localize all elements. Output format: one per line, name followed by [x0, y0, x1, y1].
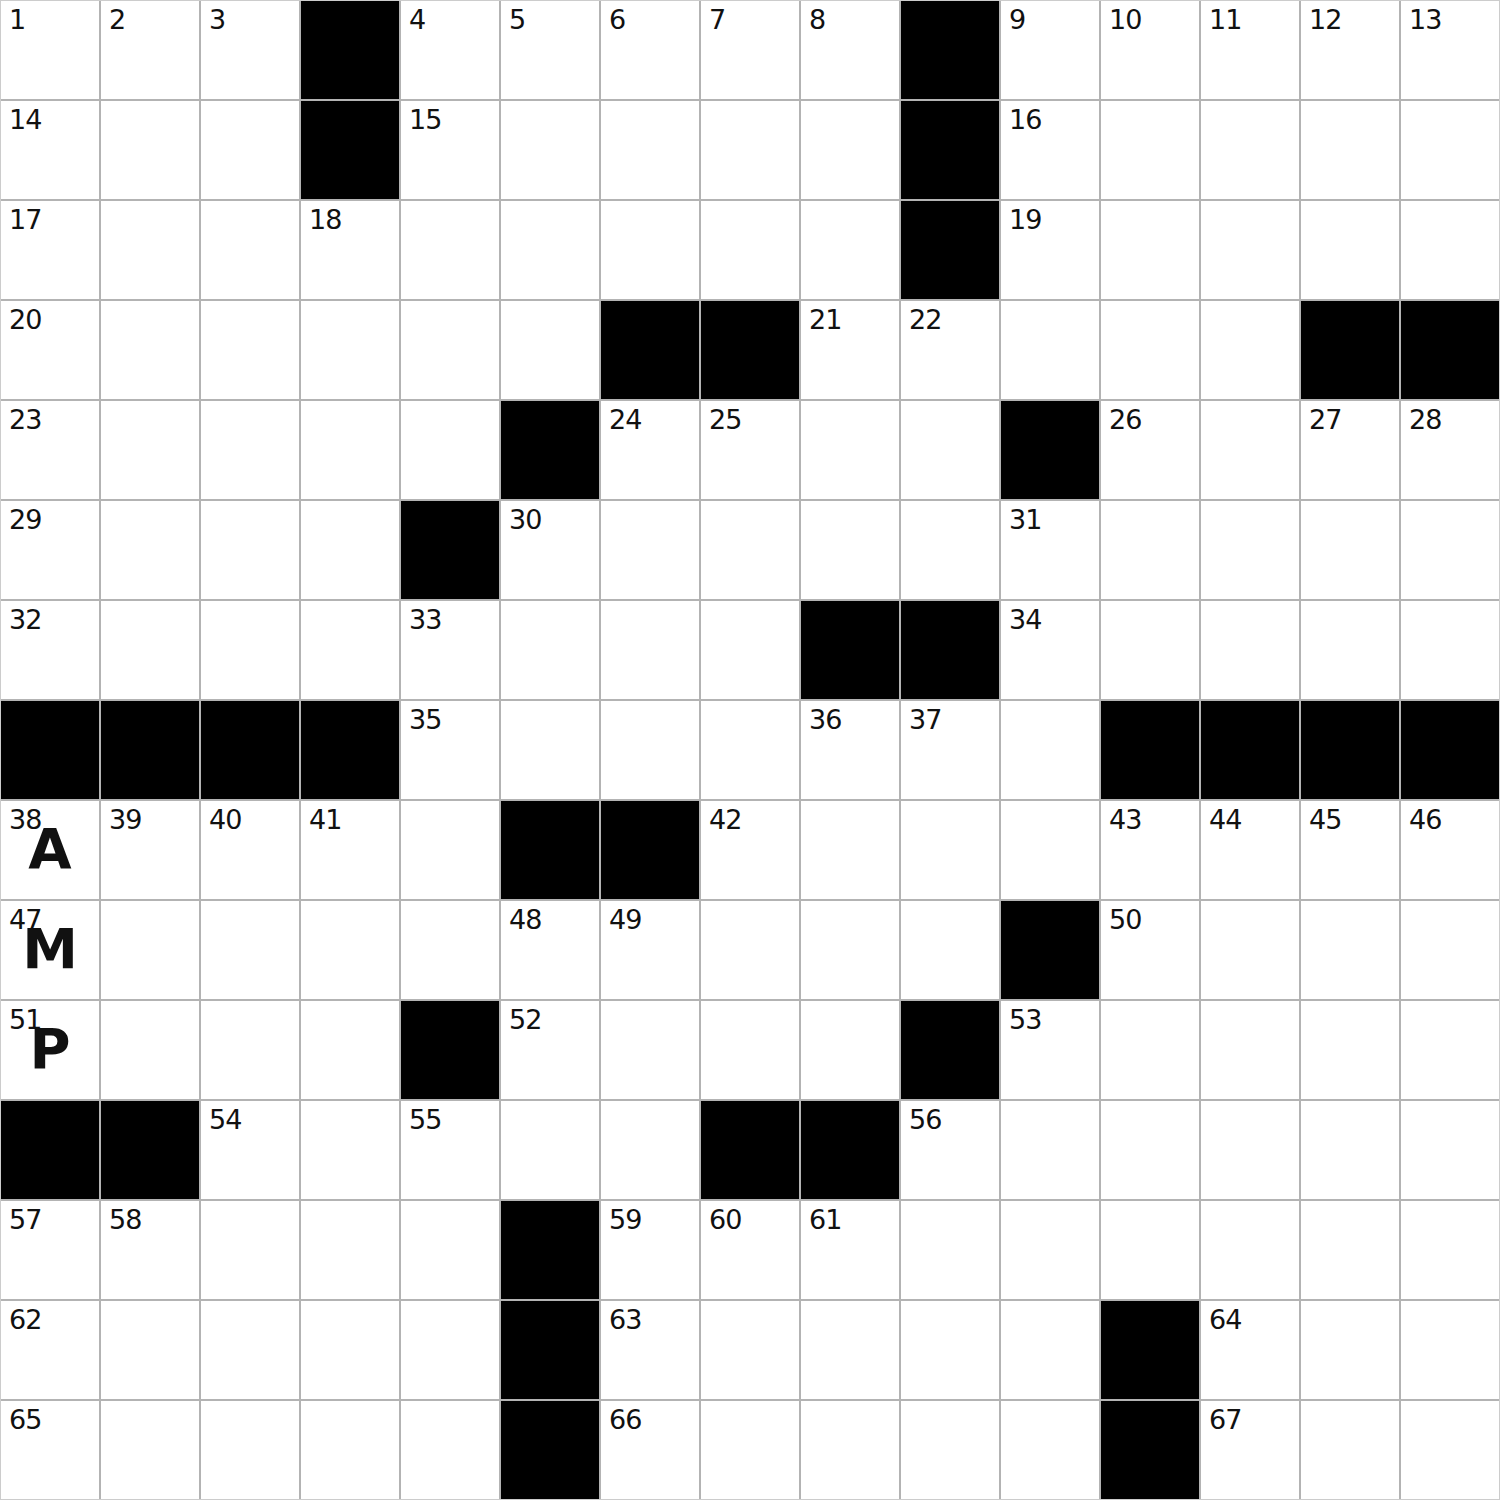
- block-cell-r7c11: [1101, 701, 1199, 799]
- cell-r6c11[interactable]: [1101, 601, 1199, 699]
- cell-r14c0[interactable]: 65: [1, 1401, 99, 1499]
- cell-r13c3[interactable]: [301, 1301, 399, 1399]
- cell-r9c4[interactable]: [401, 901, 499, 999]
- fill-letter-r9c0: M: [1, 921, 99, 977]
- clue-number-20: 20: [9, 305, 41, 335]
- cell-r0c4[interactable]: 4: [401, 1, 499, 99]
- cell-r4c7[interactable]: 25: [701, 401, 799, 499]
- clue-number-21: 21: [809, 305, 841, 335]
- block-cell-r7c2: [201, 701, 299, 799]
- block-cell-r5c4: [401, 501, 499, 599]
- cell-r9c0[interactable]: 47M: [1, 901, 99, 999]
- cell-r6c5[interactable]: [501, 601, 599, 699]
- cell-r12c3[interactable]: [301, 1201, 399, 1299]
- cell-r2c8[interactable]: [801, 201, 899, 299]
- block-cell-r7c13: [1301, 701, 1399, 799]
- cell-r12c1[interactable]: 58: [101, 1201, 199, 1299]
- cell-r1c14[interactable]: [1401, 101, 1499, 199]
- cell-r6c3[interactable]: [301, 601, 399, 699]
- cell-r11c2[interactable]: 54: [201, 1101, 299, 1199]
- clue-number-6: 6: [609, 5, 625, 35]
- clue-number-62: 62: [9, 1305, 41, 1335]
- clue-number-59: 59: [609, 1205, 641, 1235]
- clue-number-63: 63: [609, 1305, 641, 1335]
- clue-number-12: 12: [1309, 5, 1341, 35]
- cell-r11c6[interactable]: [601, 1101, 699, 1199]
- cell-r0c14[interactable]: 13: [1401, 1, 1499, 99]
- cell-r0c0[interactable]: 1: [1, 1, 99, 99]
- cell-r0c1[interactable]: 2: [101, 1, 199, 99]
- block-cell-r7c3: [301, 701, 399, 799]
- clue-number-26: 26: [1109, 405, 1141, 435]
- clue-number-55: 55: [409, 1105, 441, 1135]
- clue-number-1: 1: [9, 5, 25, 35]
- cell-r10c6[interactable]: [601, 1001, 699, 1099]
- cell-r10c3[interactable]: [301, 1001, 399, 1099]
- cell-r5c11[interactable]: [1101, 501, 1199, 599]
- clue-number-34: 34: [1009, 605, 1041, 635]
- block-cell-r7c14: [1401, 701, 1499, 799]
- cell-r12c14[interactable]: [1401, 1201, 1499, 1299]
- cell-r9c5[interactable]: 48: [501, 901, 599, 999]
- cell-r2c12[interactable]: [1201, 201, 1299, 299]
- cell-r5c7[interactable]: [701, 501, 799, 599]
- clue-number-13: 13: [1409, 5, 1441, 35]
- cell-r2c2[interactable]: [201, 201, 299, 299]
- cell-r5c2[interactable]: [201, 501, 299, 599]
- cell-r4c4[interactable]: [401, 401, 499, 499]
- clue-number-7: 7: [709, 5, 725, 35]
- cell-r10c7[interactable]: [701, 1001, 799, 1099]
- cell-r6c2[interactable]: [201, 601, 299, 699]
- cell-r4c6[interactable]: 24: [601, 401, 699, 499]
- cell-r10c10[interactable]: 53: [1001, 1001, 1099, 1099]
- cell-r7c10[interactable]: [1001, 701, 1099, 799]
- cell-r13c13[interactable]: [1301, 1301, 1399, 1399]
- cell-r12c10[interactable]: [1001, 1201, 1099, 1299]
- cell-r14c6[interactable]: 66: [601, 1401, 699, 1499]
- cell-r8c7[interactable]: 42: [701, 801, 799, 899]
- clue-number-46: 46: [1409, 805, 1441, 835]
- clue-number-54: 54: [209, 1105, 241, 1135]
- cell-r7c8[interactable]: 36: [801, 701, 899, 799]
- block-cell-r11c0: [1, 1101, 99, 1199]
- cell-r10c11[interactable]: [1101, 1001, 1199, 1099]
- clue-number-17: 17: [9, 205, 41, 235]
- cell-r10c13[interactable]: [1301, 1001, 1399, 1099]
- block-cell-r11c8: [801, 1101, 899, 1199]
- cell-r2c13[interactable]: [1301, 201, 1399, 299]
- clue-number-22: 22: [909, 305, 941, 335]
- cell-r1c5[interactable]: [501, 101, 599, 199]
- clue-number-67: 67: [1209, 1405, 1241, 1435]
- clue-number-65: 65: [9, 1405, 41, 1435]
- clue-number-25: 25: [709, 405, 741, 435]
- cell-r2c0[interactable]: 17: [1, 201, 99, 299]
- clue-number-14: 14: [9, 105, 41, 135]
- cell-r5c14[interactable]: [1401, 501, 1499, 599]
- block-cell-r10c4: [401, 1001, 499, 1099]
- cell-r4c2[interactable]: [201, 401, 299, 499]
- cell-r9c13[interactable]: [1301, 901, 1399, 999]
- cell-r5c12[interactable]: [1201, 501, 1299, 599]
- cell-r14c13[interactable]: [1301, 1401, 1399, 1499]
- cell-r9c1[interactable]: [101, 901, 199, 999]
- block-cell-r13c11: [1101, 1301, 1199, 1399]
- cell-r10c0[interactable]: 51P: [1, 1001, 99, 1099]
- cell-r4c9[interactable]: [901, 401, 999, 499]
- block-cell-r3c14: [1401, 301, 1499, 399]
- clue-number-11: 11: [1209, 5, 1241, 35]
- cell-r8c2[interactable]: 40: [201, 801, 299, 899]
- block-cell-r8c6: [601, 801, 699, 899]
- block-cell-r14c5: [501, 1401, 599, 1499]
- clue-number-30: 30: [509, 505, 541, 535]
- block-cell-r3c6: [601, 301, 699, 399]
- cell-r6c12[interactable]: [1201, 601, 1299, 699]
- cell-r2c14[interactable]: [1401, 201, 1499, 299]
- clue-number-9: 9: [1009, 5, 1025, 35]
- cell-r9c9[interactable]: [901, 901, 999, 999]
- cell-r3c0[interactable]: 20: [1, 301, 99, 399]
- cell-r12c7[interactable]: 60: [701, 1201, 799, 1299]
- clue-number-39: 39: [109, 805, 141, 835]
- cell-r5c6[interactable]: [601, 501, 699, 599]
- clue-number-45: 45: [1309, 805, 1341, 835]
- cell-r8c0[interactable]: 38A: [1, 801, 99, 899]
- cell-r13c8[interactable]: [801, 1301, 899, 1399]
- block-cell-r2c9: [901, 201, 999, 299]
- cell-r0c12[interactable]: 11: [1201, 1, 1299, 99]
- block-cell-r1c3: [301, 101, 399, 199]
- cell-r4c0[interactable]: 23: [1, 401, 99, 499]
- cell-r12c9[interactable]: [901, 1201, 999, 1299]
- clue-number-8: 8: [809, 5, 825, 35]
- cell-r10c12[interactable]: [1201, 1001, 1299, 1099]
- block-cell-r8c5: [501, 801, 599, 899]
- cell-r11c12[interactable]: [1201, 1101, 1299, 1199]
- cell-r0c13[interactable]: 12: [1301, 1, 1399, 99]
- clue-number-32: 32: [9, 605, 41, 635]
- cell-r9c6[interactable]: 49: [601, 901, 699, 999]
- cell-r5c8[interactable]: [801, 501, 899, 599]
- cell-r3c3[interactable]: [301, 301, 399, 399]
- cell-r6c0[interactable]: 32: [1, 601, 99, 699]
- cell-r5c0[interactable]: 29: [1, 501, 99, 599]
- cell-r0c5[interactable]: 5: [501, 1, 599, 99]
- cell-r2c5[interactable]: [501, 201, 599, 299]
- block-cell-r12c5: [501, 1201, 599, 1299]
- cell-r11c14[interactable]: [1401, 1101, 1499, 1199]
- cell-r0c7[interactable]: 7: [701, 1, 799, 99]
- clue-number-19: 19: [1009, 205, 1041, 235]
- cell-r4c13[interactable]: 27: [1301, 401, 1399, 499]
- cell-r11c11[interactable]: [1101, 1101, 1199, 1199]
- clue-number-66: 66: [609, 1405, 641, 1435]
- block-cell-r6c9: [901, 601, 999, 699]
- cell-r8c8[interactable]: [801, 801, 899, 899]
- cell-r3c5[interactable]: [501, 301, 599, 399]
- cell-r5c1[interactable]: [101, 501, 199, 599]
- cell-r9c11[interactable]: 50: [1101, 901, 1199, 999]
- clue-number-50: 50: [1109, 905, 1141, 935]
- cell-r5c5[interactable]: 30: [501, 501, 599, 599]
- cell-r5c13[interactable]: [1301, 501, 1399, 599]
- clue-number-10: 10: [1109, 5, 1141, 35]
- block-cell-r14c11: [1101, 1401, 1199, 1499]
- cell-r2c4[interactable]: [401, 201, 499, 299]
- cell-r3c11[interactable]: [1101, 301, 1199, 399]
- cell-r4c11[interactable]: 26: [1101, 401, 1199, 499]
- cell-r12c0[interactable]: 57: [1, 1201, 99, 1299]
- cell-r13c12[interactable]: 64: [1201, 1301, 1299, 1399]
- cell-r1c1[interactable]: [101, 101, 199, 199]
- cell-r9c12[interactable]: [1201, 901, 1299, 999]
- cell-r2c1[interactable]: [101, 201, 199, 299]
- clue-number-40: 40: [209, 805, 241, 835]
- cell-r1c13[interactable]: [1301, 101, 1399, 199]
- cell-r11c10[interactable]: [1001, 1101, 1099, 1199]
- cell-r8c13[interactable]: 45: [1301, 801, 1399, 899]
- cell-r0c2[interactable]: 3: [201, 1, 299, 99]
- cell-r14c7[interactable]: [701, 1401, 799, 1499]
- cell-r8c9[interactable]: [901, 801, 999, 899]
- cell-r3c8[interactable]: 21: [801, 301, 899, 399]
- cell-r0c10[interactable]: 9: [1001, 1, 1099, 99]
- cell-r12c2[interactable]: [201, 1201, 299, 1299]
- block-cell-r1c9: [901, 101, 999, 199]
- cell-r1c4[interactable]: 15: [401, 101, 499, 199]
- cell-r2c3[interactable]: 18: [301, 201, 399, 299]
- clue-number-52: 52: [509, 1005, 541, 1035]
- clue-number-3: 3: [209, 5, 225, 35]
- cell-r13c6[interactable]: 63: [601, 1301, 699, 1399]
- cell-r6c14[interactable]: [1401, 601, 1499, 699]
- cell-r9c3[interactable]: [301, 901, 399, 999]
- cell-r14c12[interactable]: 67: [1201, 1401, 1299, 1499]
- cell-r5c3[interactable]: [301, 501, 399, 599]
- crossword-board: 1234567891011121314151617181920212223242…: [0, 0, 1500, 1500]
- cell-r12c4[interactable]: [401, 1201, 499, 1299]
- clue-number-53: 53: [1009, 1005, 1041, 1035]
- block-cell-r11c1: [101, 1101, 199, 1199]
- block-cell-r11c7: [701, 1101, 799, 1199]
- cell-r13c10[interactable]: [1001, 1301, 1099, 1399]
- cell-r7c5[interactable]: [501, 701, 599, 799]
- block-cell-r3c13: [1301, 301, 1399, 399]
- cell-r4c8[interactable]: [801, 401, 899, 499]
- cell-r6c13[interactable]: [1301, 601, 1399, 699]
- cell-r13c7[interactable]: [701, 1301, 799, 1399]
- clue-number-33: 33: [409, 605, 441, 635]
- cell-r13c0[interactable]: 62: [1, 1301, 99, 1399]
- clue-number-16: 16: [1009, 105, 1041, 135]
- block-cell-r0c3: [301, 1, 399, 99]
- cell-r6c6[interactable]: [601, 601, 699, 699]
- cell-r11c4[interactable]: 55: [401, 1101, 499, 1199]
- cell-r0c8[interactable]: 8: [801, 1, 899, 99]
- cell-r13c9[interactable]: [901, 1301, 999, 1399]
- cell-r10c5[interactable]: 52: [501, 1001, 599, 1099]
- clue-number-2: 2: [109, 5, 125, 35]
- clue-number-42: 42: [709, 805, 741, 835]
- fill-letter-r8c0: A: [1, 821, 99, 877]
- block-cell-r7c1: [101, 701, 199, 799]
- cell-r6c10[interactable]: 34: [1001, 601, 1099, 699]
- block-cell-r10c9: [901, 1001, 999, 1099]
- cell-r14c4[interactable]: [401, 1401, 499, 1499]
- clue-number-37: 37: [909, 705, 941, 735]
- block-cell-r4c5: [501, 401, 599, 499]
- clue-number-60: 60: [709, 1205, 741, 1235]
- cell-r10c1[interactable]: [101, 1001, 199, 1099]
- cell-r3c4[interactable]: [401, 301, 499, 399]
- cell-r14c10[interactable]: [1001, 1401, 1099, 1499]
- clue-number-23: 23: [9, 405, 41, 435]
- cell-r2c7[interactable]: [701, 201, 799, 299]
- cell-r3c1[interactable]: [101, 301, 199, 399]
- cell-r3c9[interactable]: 22: [901, 301, 999, 399]
- clue-number-58: 58: [109, 1205, 141, 1235]
- cell-r14c1[interactable]: [101, 1401, 199, 1499]
- clue-number-15: 15: [409, 105, 441, 135]
- cell-r2c10[interactable]: 19: [1001, 201, 1099, 299]
- cell-r8c11[interactable]: 43: [1101, 801, 1199, 899]
- cell-r11c3[interactable]: [301, 1101, 399, 1199]
- clue-number-64: 64: [1209, 1305, 1241, 1335]
- cell-r11c5[interactable]: [501, 1101, 599, 1199]
- clue-number-24: 24: [609, 405, 641, 435]
- cell-r4c14[interactable]: 28: [1401, 401, 1499, 499]
- block-cell-r4c10: [1001, 401, 1099, 499]
- clue-number-18: 18: [309, 205, 341, 235]
- block-cell-r9c10: [1001, 901, 1099, 999]
- cell-r8c1[interactable]: 39: [101, 801, 199, 899]
- clue-number-35: 35: [409, 705, 441, 735]
- cell-r1c2[interactable]: [201, 101, 299, 199]
- cell-r4c1[interactable]: [101, 401, 199, 499]
- block-cell-r3c7: [701, 301, 799, 399]
- cell-r2c6[interactable]: [601, 201, 699, 299]
- cell-r9c7[interactable]: [701, 901, 799, 999]
- clue-number-4: 4: [409, 5, 425, 35]
- cell-r13c2[interactable]: [201, 1301, 299, 1399]
- cell-r12c6[interactable]: 59: [601, 1201, 699, 1299]
- cell-r7c6[interactable]: [601, 701, 699, 799]
- cell-r14c14[interactable]: [1401, 1401, 1499, 1499]
- cell-r8c14[interactable]: 46: [1401, 801, 1499, 899]
- cell-r11c13[interactable]: [1301, 1101, 1399, 1199]
- clue-number-57: 57: [9, 1205, 41, 1235]
- cell-r1c7[interactable]: [701, 101, 799, 199]
- fill-letter-r10c0: P: [1, 1021, 99, 1077]
- block-cell-r6c8: [801, 601, 899, 699]
- cell-r12c8[interactable]: 61: [801, 1201, 899, 1299]
- cell-r7c9[interactable]: 37: [901, 701, 999, 799]
- cell-r9c2[interactable]: [201, 901, 299, 999]
- cell-r4c12[interactable]: [1201, 401, 1299, 499]
- cell-r10c14[interactable]: [1401, 1001, 1499, 1099]
- cell-r1c10[interactable]: 16: [1001, 101, 1099, 199]
- cell-r6c1[interactable]: [101, 601, 199, 699]
- cell-r12c11[interactable]: [1101, 1201, 1199, 1299]
- cell-r13c14[interactable]: [1401, 1301, 1499, 1399]
- cell-r1c11[interactable]: [1101, 101, 1199, 199]
- cell-r14c2[interactable]: [201, 1401, 299, 1499]
- cell-r1c0[interactable]: 14: [1, 101, 99, 199]
- clue-number-49: 49: [609, 905, 641, 935]
- cell-r10c8[interactable]: [801, 1001, 899, 1099]
- cell-r14c3[interactable]: [301, 1401, 399, 1499]
- cell-r1c8[interactable]: [801, 101, 899, 199]
- block-cell-r7c0: [1, 701, 99, 799]
- clue-number-41: 41: [309, 805, 341, 835]
- cell-r8c4[interactable]: [401, 801, 499, 899]
- cell-r7c4[interactable]: 35: [401, 701, 499, 799]
- clue-number-44: 44: [1209, 805, 1241, 835]
- cell-r0c6[interactable]: 6: [601, 1, 699, 99]
- block-cell-r0c9: [901, 1, 999, 99]
- cell-r6c4[interactable]: 33: [401, 601, 499, 699]
- cell-r12c13[interactable]: [1301, 1201, 1399, 1299]
- cell-r3c12[interactable]: [1201, 301, 1299, 399]
- cell-r3c10[interactable]: [1001, 301, 1099, 399]
- clue-number-56: 56: [909, 1105, 941, 1135]
- clue-number-31: 31: [1009, 505, 1041, 535]
- clue-number-48: 48: [509, 905, 541, 935]
- block-cell-r7c12: [1201, 701, 1299, 799]
- clue-number-5: 5: [509, 5, 525, 35]
- cell-r8c10[interactable]: [1001, 801, 1099, 899]
- clue-number-27: 27: [1309, 405, 1341, 435]
- cell-r8c12[interactable]: 44: [1201, 801, 1299, 899]
- cell-r1c6[interactable]: [601, 101, 699, 199]
- cell-r10c2[interactable]: [201, 1001, 299, 1099]
- clue-number-61: 61: [809, 1205, 841, 1235]
- cell-r9c8[interactable]: [801, 901, 899, 999]
- cell-r4c3[interactable]: [301, 401, 399, 499]
- block-cell-r13c5: [501, 1301, 599, 1399]
- cell-r9c14[interactable]: [1401, 901, 1499, 999]
- clue-number-28: 28: [1409, 405, 1441, 435]
- clue-number-36: 36: [809, 705, 841, 735]
- cell-r11c9[interactable]: 56: [901, 1101, 999, 1199]
- cell-r1c12[interactable]: [1201, 101, 1299, 199]
- cell-r3c2[interactable]: [201, 301, 299, 399]
- cell-r12c12[interactable]: [1201, 1201, 1299, 1299]
- cell-r14c9[interactable]: [901, 1401, 999, 1499]
- cell-r6c7[interactable]: [701, 601, 799, 699]
- cell-r2c11[interactable]: [1101, 201, 1199, 299]
- cell-r14c8[interactable]: [801, 1401, 899, 1499]
- cell-r5c9[interactable]: [901, 501, 999, 599]
- clue-number-43: 43: [1109, 805, 1141, 835]
- cell-r13c1[interactable]: [101, 1301, 199, 1399]
- cell-r13c4[interactable]: [401, 1301, 499, 1399]
- cell-r7c7[interactable]: [701, 701, 799, 799]
- cell-r8c3[interactable]: 41: [301, 801, 399, 899]
- cell-r0c11[interactable]: 10: [1101, 1, 1199, 99]
- clue-number-29: 29: [9, 505, 41, 535]
- cell-r5c10[interactable]: 31: [1001, 501, 1099, 599]
